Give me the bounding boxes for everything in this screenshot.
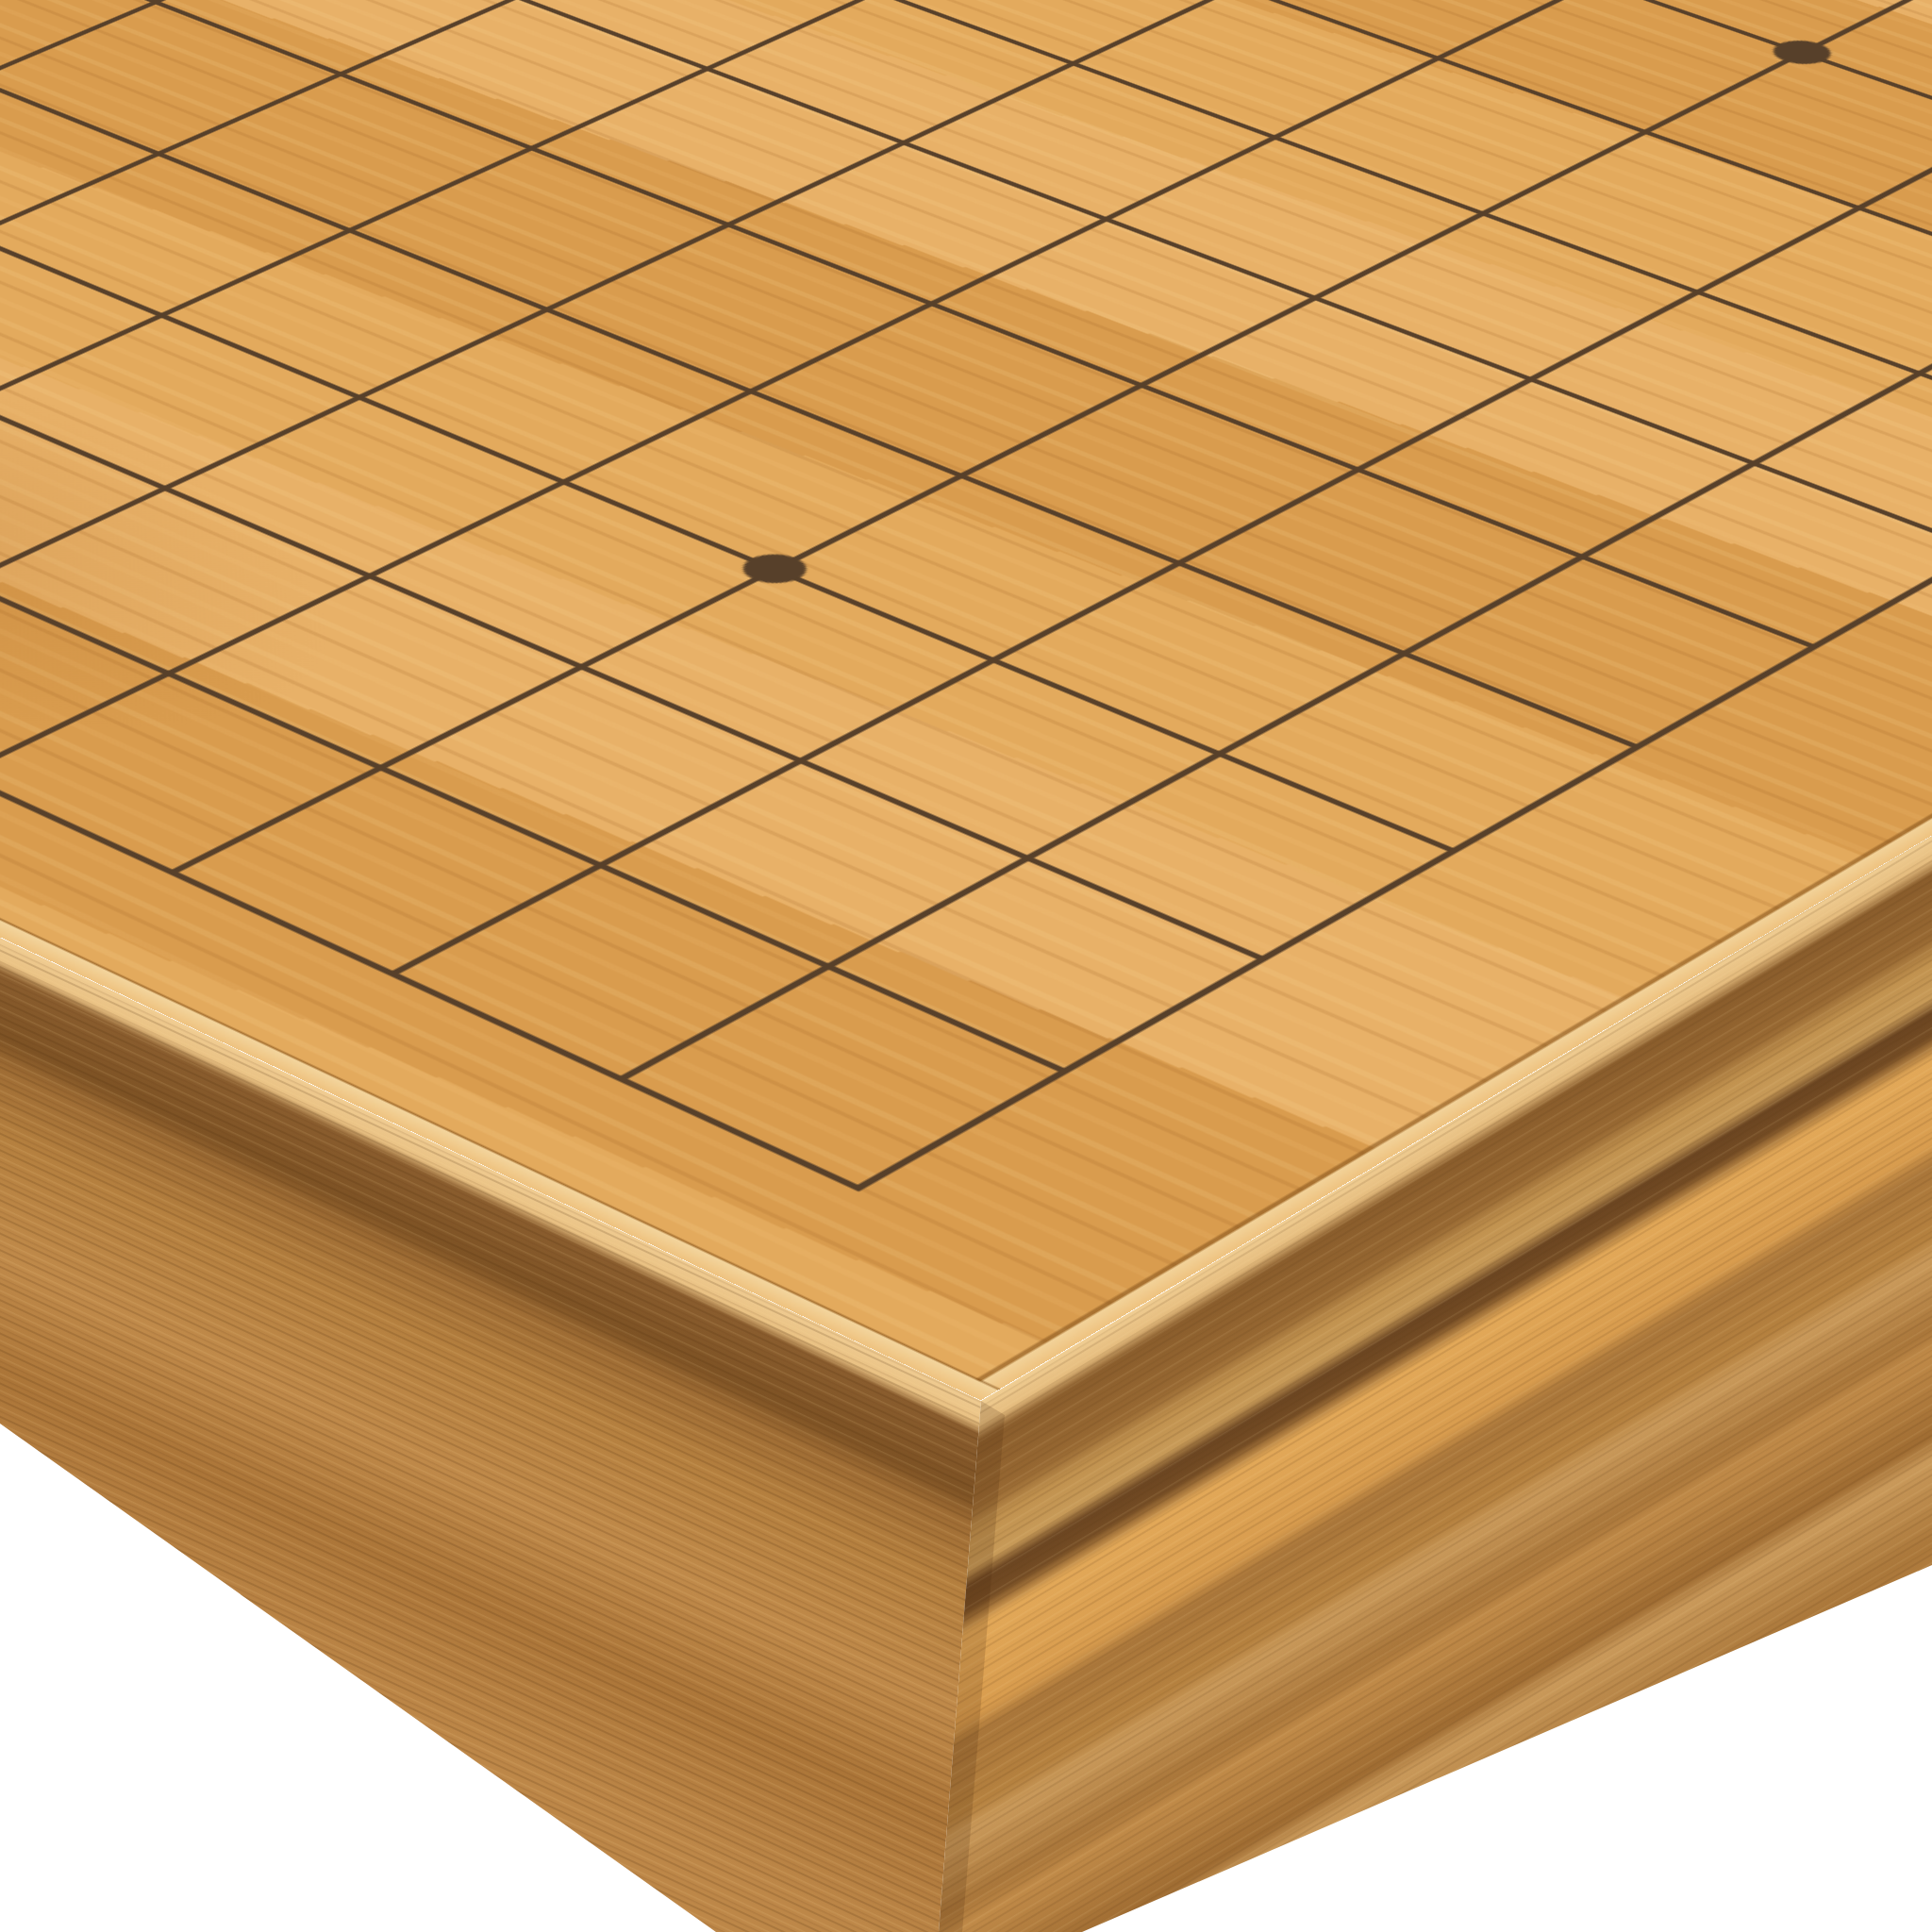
box-sides (0, 0, 1932, 1932)
product-photo-scene (0, 0, 1932, 1932)
box-left-face (0, 938, 981, 1932)
box-right-face (939, 836, 1932, 1932)
